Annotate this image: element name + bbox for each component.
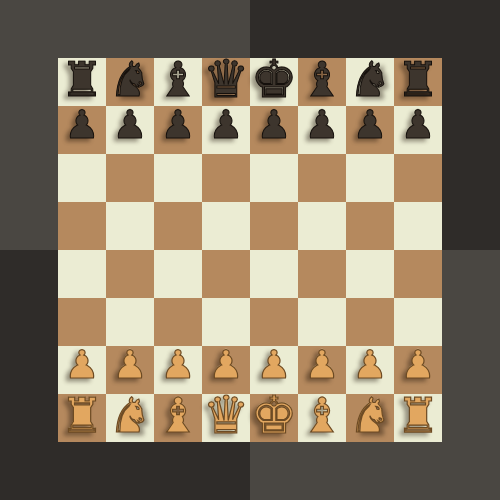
square-g1[interactable]: ♞ [346, 394, 394, 442]
square-d7[interactable]: ♟ [202, 106, 250, 154]
square-a2[interactable]: ♟ [58, 346, 106, 394]
square-a1[interactable]: ♜ [58, 394, 106, 442]
square-a8[interactable]: ♜ [58, 58, 106, 106]
piece-black-knight[interactable]: ♞ [108, 55, 151, 103]
square-b4[interactable] [106, 250, 154, 298]
square-h5[interactable] [394, 202, 442, 250]
piece-black-rook[interactable]: ♜ [60, 55, 103, 103]
piece-white-pawn[interactable]: ♟ [161, 345, 196, 384]
piece-white-pawn[interactable]: ♟ [305, 345, 340, 384]
square-e1[interactable]: ♚ [250, 394, 298, 442]
square-f5[interactable] [298, 202, 346, 250]
square-e6[interactable] [250, 154, 298, 202]
square-h7[interactable]: ♟ [394, 106, 442, 154]
square-g5[interactable] [346, 202, 394, 250]
chess-game-screen: ♜♞♝♛♚♝♞♜♟♟♟♟♟♟♟♟♟♟♟♟♟♟♟♟♜♞♝♛♚♝♞♜ [0, 0, 500, 500]
square-e3[interactable] [250, 298, 298, 346]
square-c6[interactable] [154, 154, 202, 202]
square-c4[interactable] [154, 250, 202, 298]
square-c3[interactable] [154, 298, 202, 346]
square-f3[interactable] [298, 298, 346, 346]
piece-white-pawn[interactable]: ♟ [257, 345, 292, 384]
square-b6[interactable] [106, 154, 154, 202]
piece-black-pawn[interactable]: ♟ [161, 105, 196, 144]
square-h2[interactable]: ♟ [394, 346, 442, 394]
square-e7[interactable]: ♟ [250, 106, 298, 154]
square-g6[interactable] [346, 154, 394, 202]
square-g4[interactable] [346, 250, 394, 298]
square-g3[interactable] [346, 298, 394, 346]
piece-black-pawn[interactable]: ♟ [209, 105, 244, 144]
square-f2[interactable]: ♟ [298, 346, 346, 394]
piece-white-knight[interactable]: ♞ [108, 391, 151, 439]
piece-white-king[interactable]: ♚ [251, 389, 298, 441]
square-b1[interactable]: ♞ [106, 394, 154, 442]
square-c7[interactable]: ♟ [154, 106, 202, 154]
chess-board: ♜♞♝♛♚♝♞♜♟♟♟♟♟♟♟♟♟♟♟♟♟♟♟♟♜♞♝♛♚♝♞♜ [58, 58, 442, 442]
piece-white-rook[interactable]: ♜ [60, 391, 103, 439]
square-d3[interactable] [202, 298, 250, 346]
square-c2[interactable]: ♟ [154, 346, 202, 394]
square-e5[interactable] [250, 202, 298, 250]
square-h8[interactable]: ♜ [394, 58, 442, 106]
piece-white-knight[interactable]: ♞ [348, 391, 391, 439]
square-b2[interactable]: ♟ [106, 346, 154, 394]
piece-white-bishop[interactable]: ♝ [300, 391, 343, 439]
square-c8[interactable]: ♝ [154, 58, 202, 106]
square-c5[interactable] [154, 202, 202, 250]
square-f8[interactable]: ♝ [298, 58, 346, 106]
square-b3[interactable] [106, 298, 154, 346]
piece-black-pawn[interactable]: ♟ [401, 105, 436, 144]
piece-black-king[interactable]: ♚ [251, 53, 298, 105]
square-d4[interactable] [202, 250, 250, 298]
piece-black-pawn[interactable]: ♟ [65, 105, 100, 144]
square-b8[interactable]: ♞ [106, 58, 154, 106]
piece-black-pawn[interactable]: ♟ [257, 105, 292, 144]
square-e4[interactable] [250, 250, 298, 298]
piece-black-knight[interactable]: ♞ [348, 55, 391, 103]
piece-black-rook[interactable]: ♜ [396, 55, 439, 103]
square-f1[interactable]: ♝ [298, 394, 346, 442]
square-a3[interactable] [58, 298, 106, 346]
square-c1[interactable]: ♝ [154, 394, 202, 442]
square-d8[interactable]: ♛ [202, 58, 250, 106]
piece-black-queen[interactable]: ♛ [203, 53, 250, 105]
square-a6[interactable] [58, 154, 106, 202]
piece-black-pawn[interactable]: ♟ [353, 105, 388, 144]
square-h1[interactable]: ♜ [394, 394, 442, 442]
square-f6[interactable] [298, 154, 346, 202]
piece-white-pawn[interactable]: ♟ [353, 345, 388, 384]
square-h4[interactable] [394, 250, 442, 298]
piece-white-rook[interactable]: ♜ [396, 391, 439, 439]
piece-white-pawn[interactable]: ♟ [65, 345, 100, 384]
piece-black-pawn[interactable]: ♟ [113, 105, 148, 144]
square-d2[interactable]: ♟ [202, 346, 250, 394]
square-a7[interactable]: ♟ [58, 106, 106, 154]
square-h6[interactable] [394, 154, 442, 202]
piece-white-queen[interactable]: ♛ [203, 389, 250, 441]
square-a4[interactable] [58, 250, 106, 298]
square-g8[interactable]: ♞ [346, 58, 394, 106]
square-f7[interactable]: ♟ [298, 106, 346, 154]
square-e2[interactable]: ♟ [250, 346, 298, 394]
piece-white-bishop[interactable]: ♝ [156, 391, 199, 439]
square-d1[interactable]: ♛ [202, 394, 250, 442]
square-e8[interactable]: ♚ [250, 58, 298, 106]
piece-black-pawn[interactable]: ♟ [305, 105, 340, 144]
square-b7[interactable]: ♟ [106, 106, 154, 154]
square-b5[interactable] [106, 202, 154, 250]
square-d5[interactable] [202, 202, 250, 250]
square-h3[interactable] [394, 298, 442, 346]
piece-white-pawn[interactable]: ♟ [113, 345, 148, 384]
square-g2[interactable]: ♟ [346, 346, 394, 394]
piece-black-bishop[interactable]: ♝ [300, 55, 343, 103]
square-d6[interactable] [202, 154, 250, 202]
square-g7[interactable]: ♟ [346, 106, 394, 154]
piece-white-pawn[interactable]: ♟ [401, 345, 436, 384]
square-f4[interactable] [298, 250, 346, 298]
piece-white-pawn[interactable]: ♟ [209, 345, 244, 384]
piece-black-bishop[interactable]: ♝ [156, 55, 199, 103]
square-a5[interactable] [58, 202, 106, 250]
